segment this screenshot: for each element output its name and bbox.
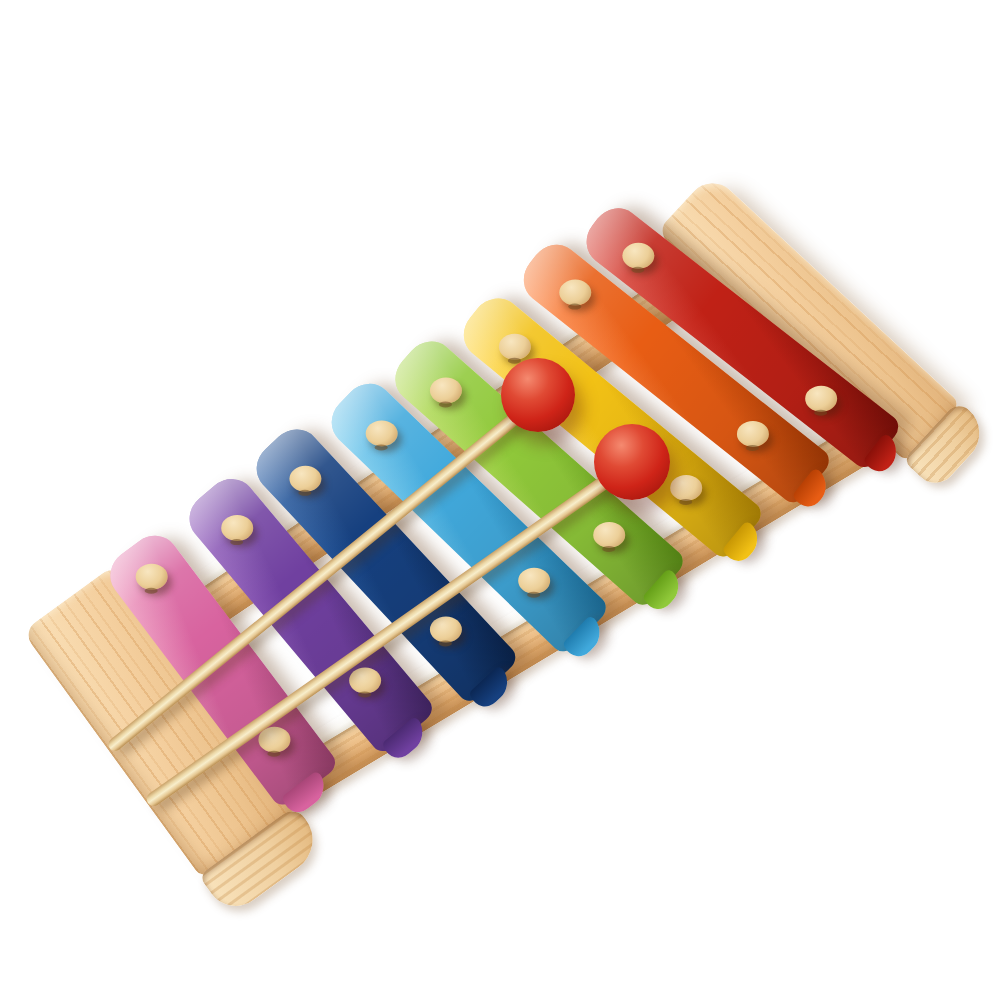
wooden-pin	[221, 515, 253, 541]
wooden-pin	[805, 386, 837, 412]
wooden-pin	[349, 667, 381, 693]
wooden-pin	[136, 564, 168, 590]
mallet-1-head	[501, 358, 575, 432]
wooden-pin	[430, 377, 462, 403]
wooden-pin	[499, 334, 531, 360]
wooden-pin	[593, 522, 625, 548]
wooden-pin	[366, 420, 398, 446]
wooden-pin	[737, 421, 769, 447]
product-photo	[0, 0, 1001, 1001]
wooden-pin	[518, 568, 550, 594]
mallet-2-head	[594, 424, 670, 500]
wooden-pin	[559, 280, 591, 306]
wooden-pin	[622, 243, 654, 269]
wooden-pin	[289, 466, 321, 492]
wooden-pin	[430, 616, 462, 642]
wooden-pin	[670, 475, 702, 501]
